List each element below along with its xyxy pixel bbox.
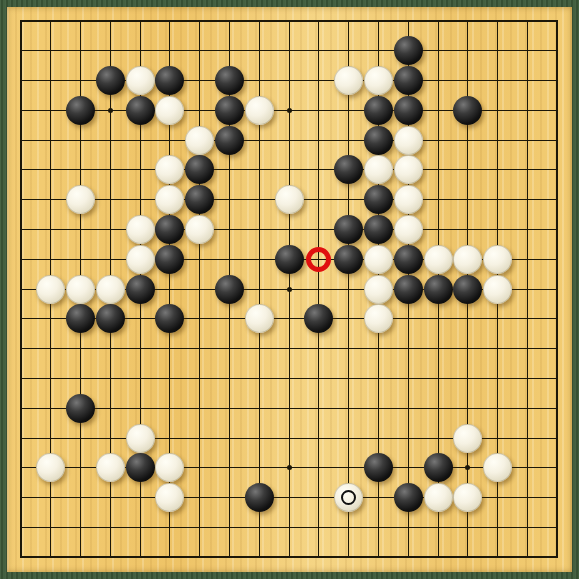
black-stone bbox=[126, 96, 155, 125]
black-stone bbox=[96, 66, 125, 95]
black-stone bbox=[364, 185, 393, 214]
black-stone bbox=[364, 215, 393, 244]
black-stone bbox=[215, 66, 244, 95]
go-app-window bbox=[0, 0, 579, 579]
white-stone bbox=[126, 245, 155, 274]
white-stone bbox=[483, 245, 512, 274]
white-stone bbox=[364, 66, 393, 95]
black-stone bbox=[424, 453, 453, 482]
black-stone bbox=[275, 245, 304, 274]
black-stone bbox=[424, 275, 453, 304]
white-stone bbox=[394, 155, 423, 184]
black-stone bbox=[245, 483, 274, 512]
black-stone bbox=[215, 275, 244, 304]
white-stone bbox=[453, 245, 482, 274]
black-stone bbox=[394, 66, 423, 95]
white-stone bbox=[424, 483, 453, 512]
white-stone bbox=[245, 304, 274, 333]
black-stone bbox=[66, 96, 95, 125]
star-point bbox=[287, 287, 292, 292]
white-stone bbox=[483, 275, 512, 304]
white-stone bbox=[364, 245, 393, 274]
black-stone bbox=[394, 275, 423, 304]
white-stone bbox=[275, 185, 304, 214]
black-stone bbox=[394, 96, 423, 125]
black-stone bbox=[453, 275, 482, 304]
star-point bbox=[108, 108, 113, 113]
black-stone bbox=[364, 126, 393, 155]
white-stone bbox=[96, 453, 125, 482]
black-stone bbox=[364, 96, 393, 125]
white-stone bbox=[66, 275, 95, 304]
black-stone bbox=[66, 394, 95, 423]
white-stone bbox=[394, 126, 423, 155]
white-stone bbox=[36, 275, 65, 304]
black-stone bbox=[453, 96, 482, 125]
black-stone bbox=[215, 96, 244, 125]
star-point bbox=[287, 108, 292, 113]
white-stone bbox=[96, 275, 125, 304]
white-stone bbox=[245, 96, 274, 125]
black-stone bbox=[334, 245, 363, 274]
white-stone bbox=[126, 66, 155, 95]
white-stone bbox=[394, 185, 423, 214]
white-stone bbox=[453, 424, 482, 453]
black-stone bbox=[394, 245, 423, 274]
white-stone bbox=[364, 275, 393, 304]
black-stone bbox=[215, 126, 244, 155]
black-stone bbox=[394, 483, 423, 512]
black-stone bbox=[126, 453, 155, 482]
black-stone bbox=[394, 36, 423, 65]
white-stone bbox=[185, 126, 214, 155]
white-stone bbox=[126, 215, 155, 244]
white-stone bbox=[424, 245, 453, 274]
black-stone bbox=[334, 215, 363, 244]
white-stone bbox=[126, 424, 155, 453]
white-stone bbox=[394, 215, 423, 244]
board-frame bbox=[0, 0, 579, 579]
black-stone bbox=[126, 275, 155, 304]
star-point bbox=[287, 465, 292, 470]
